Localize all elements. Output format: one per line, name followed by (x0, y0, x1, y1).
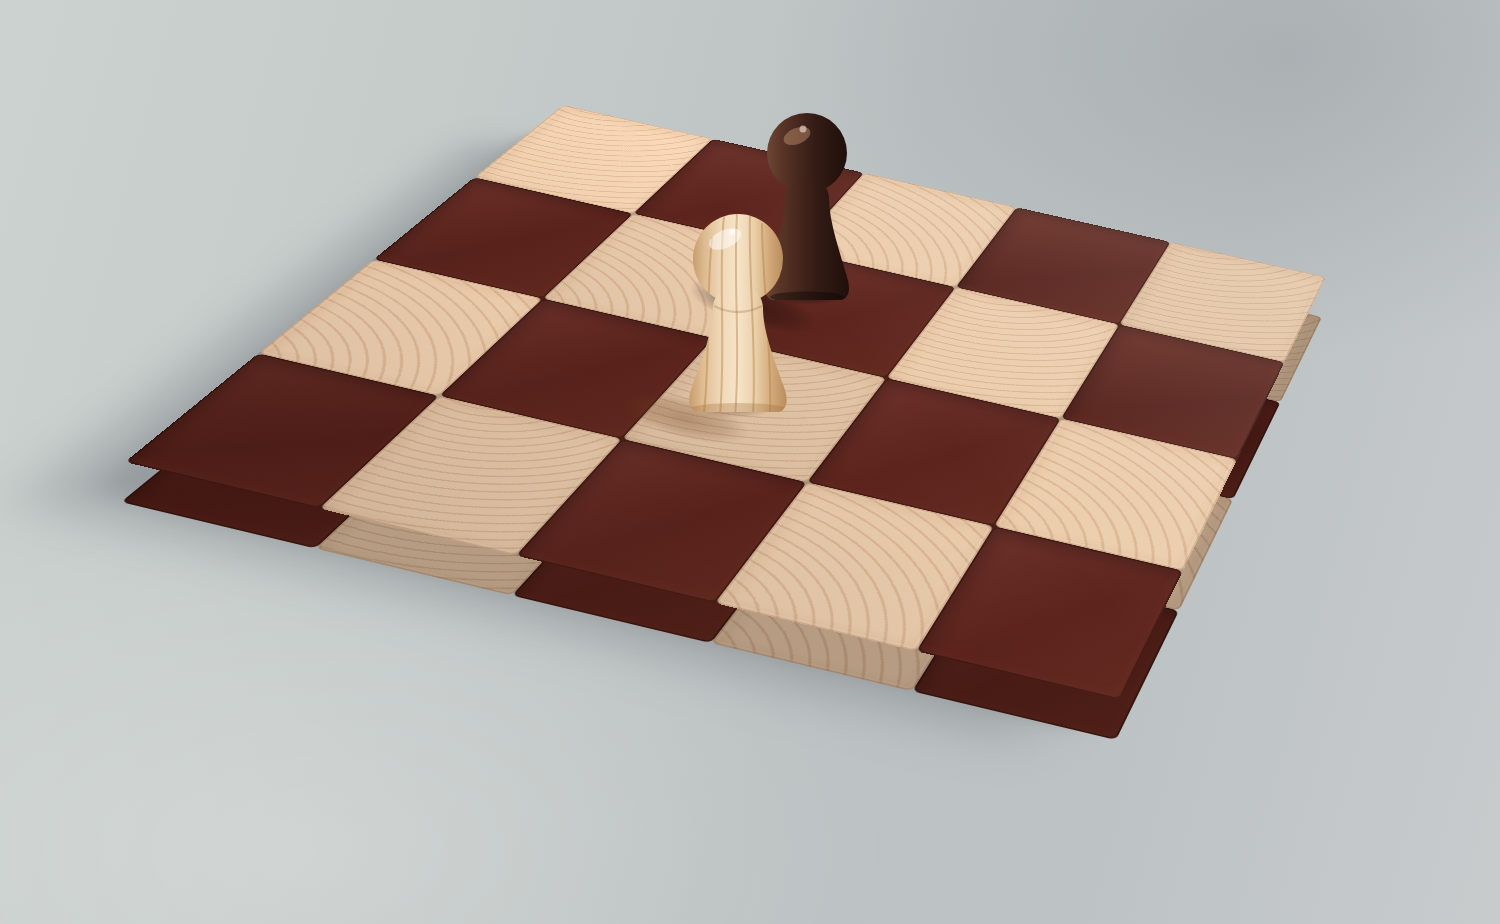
light-pawn[interactable] (680, 212, 796, 418)
light-pawn-icon (680, 212, 796, 418)
scene (0, 0, 1500, 924)
